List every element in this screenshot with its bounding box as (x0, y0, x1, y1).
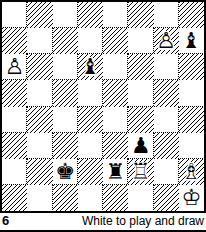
square-e6 (103, 54, 128, 80)
chess-board: ♟♙♝♝♟♙♝♝♟♟♚♚♜♜♜♖♝♗♚♔ (0, 0, 206, 213)
square-e8 (103, 2, 128, 28)
piece-white-pawn-a6: ♟♙ (2, 54, 27, 80)
square-e1 (103, 185, 128, 211)
square-b7 (27, 28, 52, 54)
square-d6: ♝♝ (78, 54, 103, 80)
square-f3: ♟♟ (128, 133, 153, 159)
square-f5 (128, 80, 153, 106)
piece-white-bishop-h2: ♝♗ (179, 159, 204, 185)
piece-white-pawn-g7: ♟♙ (154, 28, 179, 54)
square-e7 (103, 28, 128, 54)
square-a1 (2, 185, 27, 211)
square-g1 (154, 185, 179, 211)
square-f4 (128, 107, 153, 133)
square-h3 (179, 133, 204, 159)
square-h4 (179, 107, 204, 133)
square-c7 (53, 28, 78, 54)
square-a4 (2, 107, 27, 133)
piece-black-bishop-d6: ♝♝ (78, 54, 103, 80)
piece-black-pawn-f3: ♟♟ (128, 133, 153, 159)
square-c6 (53, 54, 78, 80)
bottom-rule (0, 230, 206, 232)
square-a3 (2, 133, 27, 159)
square-g8 (154, 2, 179, 28)
square-c1 (53, 185, 78, 211)
square-b6 (27, 54, 52, 80)
square-d7 (78, 28, 103, 54)
square-d5 (78, 80, 103, 106)
square-g4 (154, 107, 179, 133)
square-h2: ♝♗ (179, 159, 204, 185)
square-c2: ♚♚ (53, 159, 78, 185)
square-f1 (128, 185, 153, 211)
square-f6 (128, 54, 153, 80)
square-e2: ♜♜ (103, 159, 128, 185)
piece-black-bishop-h7: ♝♝ (179, 28, 204, 54)
square-d1 (78, 185, 103, 211)
square-c4 (53, 107, 78, 133)
square-d8 (78, 2, 103, 28)
diagram-number: 6 (2, 213, 9, 228)
square-h6 (179, 54, 204, 80)
square-h7: ♝♝ (179, 28, 204, 54)
square-f8 (128, 2, 153, 28)
chess-diagram: ♟♙♝♝♟♙♝♝♟♟♚♚♜♜♜♖♝♗♚♔ 6 White to play and… (0, 0, 206, 232)
square-h8 (179, 2, 204, 28)
square-c5 (53, 80, 78, 106)
square-b3 (27, 133, 52, 159)
square-c8 (53, 2, 78, 28)
square-f7 (128, 28, 153, 54)
square-e3 (103, 133, 128, 159)
square-b8 (27, 2, 52, 28)
square-c3 (53, 133, 78, 159)
square-a7 (2, 28, 27, 54)
square-a2 (2, 159, 27, 185)
piece-white-rook-f2: ♜♖ (128, 159, 153, 185)
square-h5 (179, 80, 204, 106)
piece-black-king-c2: ♚♚ (53, 159, 78, 185)
stipulation-text: White to play and draw (82, 214, 204, 228)
square-g6 (154, 54, 179, 80)
square-h1: ♚♔ (179, 185, 204, 211)
square-g2 (154, 159, 179, 185)
square-f2: ♜♖ (128, 159, 153, 185)
square-g3 (154, 133, 179, 159)
square-a5 (2, 80, 27, 106)
square-g7: ♟♙ (154, 28, 179, 54)
square-e5 (103, 80, 128, 106)
square-g5 (154, 80, 179, 106)
square-d4 (78, 107, 103, 133)
square-e4 (103, 107, 128, 133)
square-a8 (2, 2, 27, 28)
square-b5 (27, 80, 52, 106)
square-b1 (27, 185, 52, 211)
square-d2 (78, 159, 103, 185)
diagram-caption: 6 White to play and draw (0, 213, 206, 228)
square-b2 (27, 159, 52, 185)
piece-black-rook-e2: ♜♜ (103, 159, 128, 185)
square-b4 (27, 107, 52, 133)
square-d3 (78, 133, 103, 159)
piece-white-king-h1: ♚♔ (179, 185, 204, 211)
square-a6: ♟♙ (2, 54, 27, 80)
